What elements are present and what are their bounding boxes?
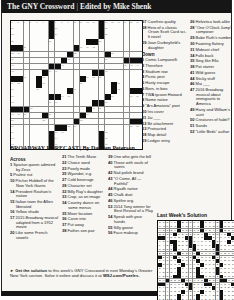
grid-cell[interactable]: 82 [42,119,48,125]
grid-cell[interactable]: 68 [136,94,142,100]
grid-cell[interactable]: 57 [80,82,86,88]
grid-cell[interactable]: 15 [111,21,117,27]
grid-cell[interactable]: 1 [11,21,17,27]
grid-cell[interactable] [86,27,92,33]
grid-cell[interactable] [17,58,23,64]
grid-cell[interactable] [55,82,61,88]
grid-cell[interactable] [99,52,105,58]
grid-cell[interactable] [36,100,42,106]
grid-cell[interactable] [105,39,111,45]
grid-cell[interactable] [17,125,23,131]
grid-cell[interactable] [92,64,98,70]
grid-cell[interactable] [30,125,36,131]
grid-cell[interactable]: 62 [117,88,123,94]
grid-cell[interactable] [130,45,136,51]
grid-cell[interactable]: 13 [92,21,98,27]
grid-cell[interactable] [36,64,42,70]
grid-cell[interactable] [86,125,92,131]
grid-cell[interactable] [36,137,42,143]
grid-cell[interactable] [55,39,61,45]
grid-cell[interactable]: 89 [11,131,17,137]
grid-cell[interactable] [67,100,73,106]
grid-cell[interactable]: 25 [105,33,111,39]
grid-cell[interactable] [124,33,130,39]
grid-cell[interactable]: 53 [99,76,105,82]
grid-cell[interactable] [111,137,117,143]
grid-cell[interactable] [17,94,23,100]
grid-cell[interactable] [117,70,123,76]
grid-cell[interactable] [117,27,123,33]
grid-cell[interactable] [74,137,80,143]
grid-cell[interactable] [74,33,80,39]
grid-cell[interactable] [61,107,67,113]
grid-cell[interactable] [124,76,130,82]
grid-cell[interactable] [117,52,123,58]
grid-cell[interactable] [86,64,92,70]
grid-cell[interactable] [80,52,86,58]
grid-cell[interactable] [124,100,130,106]
grid-cell[interactable] [49,52,55,58]
grid-cell[interactable] [61,82,67,88]
grid-cell[interactable] [24,88,30,94]
grid-cell[interactable] [124,88,130,94]
grid-cell[interactable] [55,88,61,94]
grid-cell[interactable] [124,45,130,51]
grid-cell[interactable] [42,137,48,143]
grid-cell[interactable] [74,82,80,88]
grid-cell[interactable] [30,88,36,94]
grid-cell[interactable] [24,52,30,58]
grid-cell[interactable] [42,100,48,106]
grid-cell[interactable] [42,27,48,33]
grid-cell[interactable] [105,113,111,119]
grid-cell[interactable] [61,119,67,125]
grid-cell[interactable] [17,70,23,76]
grid-cell[interactable]: 4 [30,21,36,27]
grid-cell[interactable] [117,100,123,106]
grid-cell[interactable] [36,33,42,39]
grid-cell[interactable] [111,27,117,33]
grid-cell[interactable] [99,45,105,51]
grid-cell[interactable] [136,76,142,82]
grid-cell[interactable] [117,33,123,39]
grid-cell[interactable]: 86 [74,125,80,131]
grid-cell[interactable] [80,33,86,39]
grid-cell[interactable]: 21 [55,27,61,33]
grid-cell[interactable] [92,94,98,100]
grid-cell[interactable] [42,64,48,70]
grid-cell[interactable] [124,137,130,143]
grid-cell[interactable] [42,131,48,137]
grid-cell[interactable]: 84 [11,125,17,131]
grid-cell[interactable]: 52 [92,76,98,82]
grid-cell[interactable] [117,94,123,100]
grid-cell[interactable] [86,131,92,137]
grid-cell[interactable] [111,45,117,51]
grid-cell[interactable]: 16 [117,21,123,27]
grid-cell[interactable]: 71 [55,100,61,106]
grid-cell[interactable] [30,119,36,125]
grid-cell[interactable] [24,33,30,39]
grid-cell[interactable]: 74 [92,107,98,113]
grid-cell[interactable]: 33 [11,52,17,58]
grid-cell[interactable] [17,27,23,33]
grid-cell[interactable] [67,76,73,82]
grid-cell[interactable] [117,58,123,64]
grid-cell[interactable] [61,45,67,51]
grid-cell[interactable]: 32 [92,45,98,51]
grid-cell[interactable] [117,125,123,131]
grid-cell[interactable] [17,64,23,70]
grid-cell[interactable] [111,76,117,82]
grid-cell[interactable]: 78 [24,113,30,119]
grid-cell[interactable] [80,64,86,70]
grid-cell[interactable] [124,113,130,119]
grid-cell[interactable] [124,125,130,131]
grid-cell[interactable] [86,58,92,64]
grid-cell[interactable] [42,107,48,113]
grid-cell[interactable] [24,70,30,76]
grid-cell[interactable]: 61 [74,88,80,94]
grid-cell[interactable]: 48 [105,70,111,76]
grid-cell[interactable] [42,39,48,45]
grid-cell[interactable]: 92 [105,131,111,137]
grid-cell[interactable] [61,137,67,143]
grid-cell[interactable] [136,52,142,58]
grid-cell[interactable] [124,119,130,125]
grid-cell[interactable] [30,137,36,143]
grid-cell[interactable]: 47 [55,70,61,76]
grid-cell[interactable]: 45 [11,70,17,76]
grid-cell[interactable] [92,58,98,64]
grid-cell[interactable] [67,82,73,88]
grid-cell[interactable] [111,107,117,113]
grid-cell[interactable]: 72 [105,100,111,106]
grid-cell[interactable]: 18 [130,21,136,27]
grid-cell[interactable]: 34 [17,52,23,58]
grid-cell[interactable] [80,131,86,137]
grid-cell[interactable] [30,100,36,106]
grid-cell[interactable]: 76 [11,113,17,119]
grid-cell[interactable] [92,52,98,58]
grid-cell[interactable] [49,88,55,94]
grid-cell[interactable] [80,39,86,45]
grid-cell[interactable]: 11 [80,21,86,27]
grid-cell[interactable] [105,88,111,94]
grid-cell[interactable] [49,76,55,82]
grid-cell[interactable] [111,33,117,39]
grid-cell[interactable]: 94 [55,137,61,143]
grid-cell[interactable]: 20 [11,27,17,33]
grid-cell[interactable] [30,39,36,45]
grid-cell[interactable]: 56 [42,82,48,88]
grid-cell[interactable] [117,131,123,137]
grid-cell[interactable] [136,33,142,39]
grid-cell[interactable] [92,131,98,137]
grid-cell[interactable] [30,58,36,64]
grid-cell[interactable]: 41 [61,64,67,70]
grid-cell[interactable] [67,45,73,51]
grid-cell[interactable]: 27 [49,39,55,45]
grid-cell[interactable] [130,107,136,113]
grid-cell[interactable] [124,70,130,76]
grid-cell[interactable] [61,70,67,76]
grid-cell[interactable]: 60 [36,88,42,94]
grid-cell[interactable] [99,113,105,119]
grid-cell[interactable]: 24 [55,33,61,39]
grid-cell[interactable] [17,88,23,94]
grid-cell[interactable] [105,119,111,125]
grid-cell[interactable] [42,45,48,51]
grid-cell[interactable] [30,33,36,39]
grid-cell[interactable]: 65 [67,94,73,100]
grid-cell[interactable] [111,39,117,45]
grid-cell[interactable]: 29 [24,45,30,51]
grid-cell[interactable]: 55 [17,82,23,88]
grid-cell[interactable] [111,58,117,64]
grid-cell[interactable] [111,70,117,76]
grid-cell[interactable] [80,100,86,106]
grid-cell[interactable] [136,27,142,33]
grid-cell[interactable] [99,119,105,125]
grid-cell[interactable] [130,113,136,119]
grid-cell[interactable] [30,131,36,137]
grid-cell[interactable] [136,45,142,51]
grid-cell[interactable] [92,88,98,94]
grid-cell[interactable] [80,94,86,100]
grid-cell[interactable] [130,70,136,76]
grid-cell[interactable] [61,88,67,94]
grid-cell[interactable] [74,113,80,119]
grid-cell[interactable] [80,137,86,143]
grid-cell[interactable] [86,52,92,58]
grid-cell[interactable] [130,27,136,33]
grid-cell[interactable] [136,113,142,119]
grid-cell[interactable] [74,107,80,113]
grid-cell[interactable] [99,94,105,100]
grid-cell[interactable] [55,52,61,58]
grid-cell[interactable] [136,70,142,76]
grid-cell[interactable] [24,119,30,125]
grid-cell[interactable]: 10 [74,21,80,27]
grid-cell[interactable] [124,94,130,100]
grid-cell[interactable]: 46 [49,70,55,76]
grid-cell[interactable] [92,119,98,125]
grid-cell[interactable]: 58 [117,82,123,88]
grid-cell[interactable] [17,119,23,125]
grid-cell[interactable] [30,82,36,88]
grid-cell[interactable] [124,52,130,58]
grid-cell[interactable] [17,137,23,143]
grid-cell[interactable] [74,131,80,137]
grid-cell[interactable] [67,70,73,76]
grid-cell[interactable] [117,137,123,143]
grid-cell[interactable] [49,58,55,64]
grid-cell[interactable]: 83 [80,119,86,125]
grid-cell[interactable] [80,88,86,94]
grid-cell[interactable] [36,107,42,113]
grid-cell[interactable]: 85 [67,125,73,131]
crossword-grid[interactable]: 1234567891011121314151617181920212223242… [10,20,143,150]
grid-cell[interactable]: 40 [11,64,17,70]
grid-cell[interactable] [80,125,86,131]
grid-cell[interactable] [117,39,123,45]
grid-cell[interactable] [49,107,55,113]
grid-cell[interactable] [99,82,105,88]
grid-cell[interactable] [92,27,98,33]
grid-cell[interactable]: 12 [86,21,92,27]
grid-cell[interactable] [130,33,136,39]
grid-cell[interactable] [130,39,136,45]
grid-cell[interactable] [117,64,123,70]
grid-cell[interactable] [55,45,61,51]
grid-cell[interactable] [86,100,92,106]
grid-cell[interactable]: 81 [11,119,17,125]
grid-cell[interactable]: 39 [105,58,111,64]
grid-cell[interactable] [24,100,30,106]
grid-cell[interactable]: 77 [17,113,23,119]
grid-cell[interactable] [74,76,80,82]
grid-cell[interactable] [55,107,61,113]
grid-cell[interactable] [17,39,23,45]
grid-cell[interactable] [136,143,142,149]
grid-cell[interactable]: 28 [99,39,105,45]
grid-cell[interactable] [42,88,48,94]
grid-cell[interactable] [17,33,23,39]
grid-cell[interactable] [80,107,86,113]
grid-cell[interactable] [17,100,23,106]
grid-cell[interactable] [36,113,42,119]
grid-cell[interactable]: 31 [86,45,92,51]
grid-cell[interactable]: 79 [49,113,55,119]
grid-cell[interactable]: 49 [24,76,30,82]
grid-cell[interactable] [99,58,105,64]
grid-cell[interactable] [67,137,73,143]
grid-cell[interactable] [92,113,98,119]
grid-cell[interactable] [111,113,117,119]
grid-cell[interactable] [86,82,92,88]
grid-cell[interactable] [99,64,105,70]
grid-cell[interactable]: 36 [111,52,117,58]
grid-cell[interactable] [55,58,61,64]
grid-cell[interactable]: 73 [30,107,36,113]
grid-cell[interactable] [136,107,142,113]
grid-cell[interactable] [86,88,92,94]
grid-cell[interactable] [130,52,136,58]
grid-cell[interactable] [42,125,48,131]
grid-cell[interactable] [67,107,73,113]
grid-cell[interactable] [49,82,55,88]
grid-cell[interactable] [24,131,30,137]
grid-cell[interactable]: 17 [124,21,130,27]
grid-cell[interactable]: 70 [49,100,55,106]
grid-cell[interactable] [30,70,36,76]
grid-cell[interactable] [24,94,30,100]
grid-cell[interactable]: 3 [24,21,30,27]
grid-cell[interactable] [30,113,36,119]
grid-cell[interactable] [80,27,86,33]
grid-cell[interactable]: 54 [11,82,17,88]
grid-cell[interactable] [55,113,61,119]
grid-cell[interactable] [61,39,67,45]
grid-cell[interactable] [136,137,142,143]
grid-cell[interactable] [36,131,42,137]
grid-cell[interactable]: 26 [11,39,17,45]
grid-cell[interactable] [36,94,42,100]
grid-cell[interactable] [117,113,123,119]
grid-cell[interactable] [74,27,80,33]
grid-cell[interactable] [74,64,80,70]
grid-cell[interactable] [36,39,42,45]
grid-cell[interactable] [105,64,111,70]
grid-cell[interactable] [117,76,123,82]
grid-cell[interactable] [105,82,111,88]
grid-cell[interactable]: 67 [130,94,136,100]
grid-cell[interactable] [124,107,130,113]
grid-cell[interactable] [86,33,92,39]
grid-cell[interactable] [61,33,67,39]
grid-cell[interactable] [49,45,55,51]
grid-cell[interactable] [99,125,105,131]
grid-cell[interactable]: 9 [67,21,73,27]
grid-cell[interactable]: 80 [86,113,92,119]
grid-cell[interactable] [24,125,30,131]
grid-cell[interactable] [30,64,36,70]
grid-cell[interactable] [86,119,92,125]
grid-cell[interactable] [36,27,42,33]
grid-cell[interactable] [42,58,48,64]
grid-cell[interactable]: 43 [130,64,136,70]
grid-cell[interactable] [86,137,92,143]
grid-cell[interactable]: 93 [11,137,17,143]
grid-cell[interactable] [99,88,105,94]
grid-cell[interactable] [136,39,142,45]
grid-cell[interactable]: 22 [105,27,111,33]
grid-cell[interactable] [74,58,80,64]
grid-cell[interactable] [61,27,67,33]
grid-cell[interactable] [80,70,86,76]
grid-cell[interactable]: 87 [130,125,136,131]
grid-cell[interactable] [42,52,48,58]
grid-cell[interactable] [111,64,117,70]
grid-cell[interactable] [105,45,111,51]
grid-cell[interactable] [55,76,61,82]
grid-cell[interactable]: 2 [17,21,23,27]
grid-cell[interactable] [92,125,98,131]
grid-cell[interactable] [24,64,30,70]
grid-cell[interactable] [61,76,67,82]
grid-cell[interactable] [24,39,30,45]
grid-cell[interactable]: 50 [42,76,48,82]
grid-cell[interactable] [61,113,67,119]
grid-cell[interactable] [124,82,130,88]
grid-cell[interactable] [130,131,136,137]
grid-cell[interactable]: 90 [55,131,61,137]
grid-cell[interactable] [74,94,80,100]
grid-cell[interactable] [30,76,36,82]
grid-cell[interactable] [36,119,42,125]
grid-cell[interactable] [49,125,55,131]
grid-cell[interactable] [36,45,42,51]
grid-cell[interactable]: 59 [11,88,17,94]
grid-cell[interactable] [136,131,142,137]
grid-cell[interactable] [74,100,80,106]
grid-cell[interactable] [67,39,73,45]
grid-cell[interactable] [67,119,73,125]
grid-cell[interactable] [36,70,42,76]
grid-cell[interactable] [111,131,117,137]
grid-cell[interactable]: 88 [136,125,142,131]
